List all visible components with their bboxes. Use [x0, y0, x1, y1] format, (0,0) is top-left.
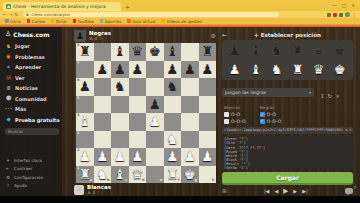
white-king-icon: ♚ — [334, 63, 346, 77]
square-f6[interactable]: ♞ — [164, 78, 182, 96]
square-f5[interactable] — [164, 96, 182, 114]
close-button[interactable]: × — [351, 3, 355, 9]
square-e7[interactable] — [146, 61, 164, 79]
square-d7[interactable]: ♟ — [129, 61, 147, 79]
lock-icon — [26, 13, 29, 16]
back-arrow-icon[interactable]: ← — [222, 31, 234, 38]
square-d1[interactable]: d♛ — [129, 166, 147, 184]
bookmark-favicon — [73, 19, 77, 23]
top-player-avatar: ♟ — [74, 30, 86, 42]
square-a5[interactable]: 5 — [76, 96, 94, 114]
castling-white-header: Blancas — [224, 105, 246, 110]
bookmark-label: Vídeos de ajedrez — [166, 19, 202, 24]
profile-avatar[interactable] — [345, 12, 350, 17]
sidebar-item-ver[interactable]: ▤Ver — [0, 73, 62, 84]
rank-label: 2 — [77, 149, 79, 153]
bookmark-favicon — [127, 19, 131, 23]
square-e8[interactable]: ♚ — [146, 43, 164, 61]
logo-pawn-icon: ♙ — [5, 31, 11, 38]
bookmark-item[interactable]: Drive — [51, 19, 67, 24]
sidebar-footer-label: Configuración — [14, 175, 43, 180]
castling-black-header: Negras — [260, 105, 282, 110]
bookmark-item[interactable]: Correo — [27, 19, 45, 24]
square-b4[interactable] — [94, 113, 112, 131]
bookmark-label: Drive — [56, 19, 67, 24]
browser-menu-icon[interactable]: ⋮ — [352, 12, 357, 18]
board-column: ♟ Negras ♙♗♘ ⚙ 8♜♝♛♚♝♜7♟♟♟♟♟♟6♟♞♞5♟4♝♟3♞… — [74, 27, 218, 196]
white-pawn-icon: ♟ — [229, 63, 241, 77]
square-f7[interactable]: ♟ — [164, 61, 182, 79]
sidebar-item-ms[interactable]: •••Más — [0, 104, 62, 115]
top-captured-pieces: ♙♗♘ — [89, 36, 111, 41]
black-knight-icon: ♞ — [271, 44, 283, 58]
browser-titlebar: ♟ Chess - Herramienta de análisis y mejo… — [0, 0, 360, 11]
browser-window: ♟ Chess - Herramienta de análisis y mejo… — [0, 0, 360, 203]
bookmark-favicon — [5, 19, 9, 23]
bookmark-label: YouTube — [78, 19, 94, 24]
bookmark-favicon — [51, 19, 55, 23]
chat-count: 7 — [354, 186, 356, 190]
black-piece-r: ♜ — [79, 45, 91, 59]
setup-panel-title: + Establecer posición — [234, 32, 341, 38]
square-b1[interactable]: b♞ — [94, 166, 112, 184]
square-g2[interactable]: ♟ — [181, 148, 199, 166]
square-b3[interactable] — [94, 131, 112, 149]
black-bishop-icon: ♝ — [250, 44, 262, 58]
file-label: f — [178, 179, 180, 183]
toolbar-right: ⋮ — [327, 12, 357, 18]
square-a7[interactable]: 7 — [76, 61, 94, 79]
sidebar: ♙ Chess.com ♞Jugar◉Problemas✦Aprender▤Ve… — [0, 27, 62, 196]
maximize-button[interactable]: □ — [342, 3, 346, 9]
file-label: e — [160, 179, 162, 183]
black-piece-b: ♝ — [114, 45, 126, 59]
palette-white-bishop[interactable]: ♝ — [245, 60, 266, 79]
playback-first-button[interactable]: |◀ — [264, 187, 270, 195]
square-f2[interactable]: ♟ — [164, 148, 182, 166]
chevron-down-icon: ▾ — [309, 90, 311, 95]
white-queen-icon: ♛ — [313, 63, 325, 77]
palette-white-king[interactable]: ♚ — [329, 60, 350, 79]
square-c2[interactable]: ♟ — [111, 148, 129, 166]
square-e4[interactable]: ♟ — [146, 113, 164, 131]
black-piece-p: ♟ — [166, 63, 178, 77]
square-g7[interactable]: ♟ — [181, 61, 199, 79]
palette-black-queen[interactable]: ♛ — [308, 41, 329, 60]
chesscom-logo[interactable]: ♙ Chess.com — [0, 30, 62, 41]
palette-black-bishop[interactable]: ♝ — [245, 41, 266, 60]
black-piece-r: ♜ — [201, 45, 213, 59]
palette-black-rook[interactable]: ♜ — [287, 41, 308, 60]
castling-black-o-o-o[interactable]: O-O-O — [260, 119, 282, 124]
bottom-black-strip — [0, 196, 360, 203]
square-b2[interactable]: ♟ — [94, 148, 112, 166]
bookmark-item[interactable]: Apuntes — [100, 19, 121, 24]
diamond-icon: ◆ — [5, 116, 12, 123]
square-f3[interactable]: ♞ — [164, 131, 182, 149]
black-piece-p: ♟ — [114, 63, 126, 77]
sidebar-item-icon: ◉ — [5, 53, 12, 60]
white-bishop-icon: ♝ — [250, 63, 262, 77]
black-piece-b: ♝ — [166, 45, 178, 59]
sidebar-item-label: Jugar — [15, 43, 30, 49]
piece-palette: ♟♝♞♜♛♚ ♟♝♞♜♛♚ — [222, 40, 353, 80]
white-piece-p: ♟ — [149, 115, 161, 129]
castling-white-column: BlancasO-OO-O-O — [224, 105, 246, 124]
chesscom-page: ♙ Chess.com ♞Jugar◉Problemas✦Aprender▤Ve… — [0, 27, 360, 196]
white-piece-p: ♟ — [114, 150, 126, 164]
square-c6[interactable]: ♞ — [111, 78, 129, 96]
bookmark-item[interactable]: Aula Virtual — [127, 19, 155, 24]
square-h5[interactable] — [199, 96, 217, 114]
white-piece-b: ♝ — [79, 115, 91, 129]
turn-select[interactable]: Juegan las negras ▾ — [222, 88, 314, 97]
palette-black-pawn[interactable]: ♟ — [224, 41, 245, 60]
browser-toolbar: ← → ↻ chess.com/analysis ⋮ — [0, 11, 360, 18]
square-f4[interactable] — [164, 113, 182, 131]
square-h6[interactable] — [199, 78, 217, 96]
rank-label: 1 — [77, 167, 79, 171]
sidebar-item-icon: ▤ — [5, 74, 12, 81]
white-piece-p: ♟ — [166, 150, 178, 164]
file-label: h — [212, 179, 215, 183]
castling-label: O-O-O — [231, 119, 246, 124]
sidebar-footer-contraer[interactable]: ⇤Contraer — [0, 165, 62, 174]
black-queen-icon: ♛ — [313, 44, 325, 58]
rank-label: 3 — [77, 132, 79, 136]
black-piece-p: ♟ — [131, 63, 143, 77]
square-d2[interactable]: ♟ — [129, 148, 147, 166]
board-settings-gear-icon[interactable]: ⚙ — [211, 32, 216, 39]
square-g3[interactable] — [181, 131, 199, 149]
playback-last-button[interactable]: ▶| — [302, 187, 308, 195]
square-d5[interactable] — [129, 96, 147, 114]
square-e2[interactable] — [146, 148, 164, 166]
playback-bar: ⊞ |◀◀▶▶▶| 7 — [222, 187, 353, 196]
black-piece-n: ♞ — [166, 80, 178, 94]
turn-select-value: Juegan las negras — [225, 90, 266, 95]
flip-board-icon[interactable]: ↕ — [320, 93, 325, 99]
black-piece-p: ♟ — [79, 80, 91, 94]
square-c7[interactable]: ♟ — [111, 61, 129, 79]
white-piece-r: ♜ — [166, 168, 178, 182]
bookmark-label: Aula Virtual — [132, 19, 155, 24]
sidebar-item-label: Aprender — [15, 64, 41, 70]
castling-black-column: NegrasO-OO-O-O — [260, 105, 282, 124]
sidebar-item-trial[interactable]: ◆ Prueba gratuita — [0, 115, 62, 126]
chat-bubble-icon[interactable]: 7 — [345, 188, 353, 194]
square-e5[interactable]: ♟ — [146, 96, 164, 114]
sidebar-footer-ayuda[interactable]: ?Ayuda — [0, 182, 62, 191]
bookmark-label: Inicio — [10, 19, 21, 24]
square-e1[interactable]: e — [146, 166, 164, 184]
square-h4[interactable] — [199, 113, 217, 131]
sidebar-item-aprender[interactable]: ✦Aprender — [0, 62, 62, 73]
checkbox[interactable] — [260, 119, 265, 124]
reset-position-icon[interactable]: ↻ — [328, 93, 333, 99]
castling-label: O-O-O — [267, 119, 282, 124]
palette-white-queen[interactable]: ♛ — [308, 60, 329, 79]
black-rook-icon: ♜ — [292, 44, 304, 58]
white-piece-p: ♟ — [96, 150, 108, 164]
white-knight-icon: ♞ — [271, 63, 283, 77]
bookmark-item[interactable]: YouTube — [73, 19, 94, 24]
sidebar-footer-label: Interfaz clara — [14, 158, 42, 163]
logo-text: Chess.com — [13, 31, 49, 38]
tab-favicon-icon: ♟ — [6, 4, 11, 9]
bookmark-label: Apuntes — [105, 19, 121, 24]
bookmark-favicon — [161, 19, 165, 23]
square-h3[interactable] — [199, 131, 217, 149]
sidebar-footer-interfazclara[interactable]: ☀Interfaz clara — [0, 156, 62, 165]
playback-play-button[interactable]: ▶ — [283, 187, 288, 195]
square-g6[interactable] — [181, 78, 199, 96]
square-g5[interactable] — [181, 96, 199, 114]
fen-input[interactable] — [222, 127, 353, 134]
castling-white-o-o[interactable]: O-O — [224, 112, 246, 117]
square-a8[interactable]: 8♜ — [76, 43, 94, 61]
square-d4[interactable] — [129, 113, 147, 131]
sidebar-footer-icon: ? — [5, 183, 11, 188]
sidebar-item-icon: ✦ — [5, 64, 12, 71]
castling-black-o-o[interactable]: O-O — [260, 112, 282, 117]
castling-rights: BlancasO-OO-O-ONegrasO-OO-O-O — [222, 105, 353, 124]
square-b8[interactable] — [94, 43, 112, 61]
castling-label: O-O — [231, 112, 240, 117]
square-a4[interactable]: 4♝ — [76, 113, 94, 131]
sidebar-item-icon: ☻ — [5, 95, 12, 102]
rank-label: 5 — [77, 97, 79, 101]
sidebar-item-noticias[interactable]: ≣Noticias — [0, 83, 62, 94]
palette-white-knight[interactable]: ♞ — [266, 60, 287, 79]
bookmark-favicon — [27, 19, 31, 23]
file-label: a — [90, 179, 92, 183]
sidebar-item-label: Problemas — [15, 54, 45, 60]
square-d8[interactable]: ♛ — [129, 43, 147, 61]
rank-label: 7 — [77, 62, 79, 66]
square-c1[interactable]: c♝ — [111, 166, 129, 184]
setup-position-panel: ← + Establecer posición ♟♝♞♜♛♚ ♟♝♞♜♛♚ Ju… — [222, 27, 353, 196]
extension-icon[interactable] — [333, 13, 337, 17]
rank-label: 6 — [77, 79, 79, 83]
reload-button[interactable]: ↻ — [15, 11, 19, 18]
black-pawn-icon: ♟ — [229, 44, 241, 58]
square-c4[interactable] — [111, 113, 129, 131]
palette-white-rook[interactable]: ♜ — [287, 60, 308, 79]
extension-icon[interactable] — [339, 13, 343, 17]
new-tab-button[interactable]: + — [125, 2, 130, 11]
square-c8[interactable]: ♝ — [111, 43, 129, 61]
clear-board-icon[interactable]: × — [335, 93, 340, 99]
playback-next-button[interactable]: ▶ — [293, 187, 297, 195]
sidebar-item-comunidad[interactable]: ☻Comunidad — [0, 94, 62, 105]
black-piece-p: ♟ — [149, 98, 161, 112]
forward-button[interactable]: → — [9, 11, 13, 18]
bottom-captured-pieces: ♙♗♘ — [87, 190, 111, 195]
browser-tab[interactable]: ♟ Chess - Herramienta de análisis y mejo… — [3, 2, 121, 11]
checkbox[interactable] — [224, 119, 229, 124]
chess-board: 8♜♝♛♚♝♜7♟♟♟♟♟♟6♟♞♞5♟4♝♟3♞2♟♟♟♟♟♟♟1a♜b♞c♝… — [76, 43, 216, 183]
square-f8[interactable]: ♝ — [164, 43, 182, 61]
rank-label: 8 — [77, 44, 79, 48]
square-a6[interactable]: 6♟ — [76, 78, 94, 96]
minimize-button[interactable]: — — [332, 3, 337, 9]
white-piece-p: ♟ — [184, 150, 196, 164]
palette-black-knight[interactable]: ♞ — [266, 41, 287, 60]
sidebar-footer-label: Ayuda — [14, 183, 27, 188]
black-piece-p: ♟ — [96, 63, 108, 77]
checkbox[interactable] — [260, 112, 265, 117]
castling-white-o-o-o[interactable]: O-O-O — [224, 119, 246, 124]
file-label: b — [107, 179, 110, 183]
sidebar-item-jugar[interactable]: ♞Jugar — [0, 41, 62, 52]
square-g4[interactable] — [181, 113, 199, 131]
sidebar-item-label: Ver — [15, 75, 24, 81]
top-player-row: ♟ Negras ♙♗♘ ⚙ — [74, 27, 218, 43]
white-piece-p: ♟ — [79, 150, 91, 164]
square-f1[interactable]: f♜ — [164, 166, 182, 184]
castling-label: O-O — [267, 112, 276, 117]
back-button[interactable]: ← — [3, 11, 7, 18]
square-h8[interactable]: ♜ — [199, 43, 217, 61]
white-piece-n: ♞ — [166, 133, 178, 147]
extension-icon[interactable] — [327, 13, 331, 17]
black-piece-k: ♚ — [149, 45, 161, 59]
square-c5[interactable] — [111, 96, 129, 114]
sidebar-item-icon: ≣ — [5, 85, 12, 92]
file-label: d — [142, 179, 145, 183]
square-g8[interactable] — [181, 43, 199, 61]
url-text: chess.com/analysis — [31, 12, 70, 17]
bookmark-item[interactable]: Inicio — [5, 19, 21, 24]
sidebar-footer-configuracin[interactable]: ⚙Configuración — [0, 173, 62, 182]
sidebar-footer-icon: ☀ — [5, 158, 11, 163]
palette-white-pawn[interactable]: ♟ — [224, 60, 245, 79]
square-g1[interactable]: g♚ — [181, 166, 199, 184]
square-d3[interactable] — [129, 131, 147, 149]
palette-black-king[interactable]: ♚ — [329, 41, 350, 60]
bottom-player-avatar: ♙ — [74, 185, 84, 195]
sidebar-footer-label: Contraer — [14, 166, 32, 171]
sidebar-item-label: Prueba gratuita — [15, 117, 60, 123]
address-bar[interactable]: chess.com/analysis — [23, 12, 279, 17]
pgn-textarea[interactable]: [Event "?"][Site "?"][Date "????.??.??"]… — [222, 136, 353, 169]
square-a3[interactable]: 3 — [76, 131, 94, 149]
sidebar-item-label: Comunidad — [15, 96, 47, 102]
black-piece-p: ♟ — [201, 63, 213, 77]
white-rook-icon: ♜ — [292, 63, 304, 77]
square-d6[interactable] — [129, 78, 147, 96]
square-c3[interactable] — [111, 131, 129, 149]
square-a2[interactable]: 2♟ — [76, 148, 94, 166]
square-a1[interactable]: 1a♜ — [76, 166, 94, 184]
square-b7[interactable]: ♟ — [94, 61, 112, 79]
black-piece-n: ♞ — [114, 80, 126, 94]
rank-label: 4 — [77, 114, 79, 118]
square-b5[interactable] — [94, 96, 112, 114]
checkbox[interactable] — [224, 112, 229, 117]
sidebar-item-icon: ♞ — [5, 43, 12, 50]
white-piece-p: ♟ — [201, 150, 213, 164]
search-input[interactable] — [5, 128, 59, 135]
load-button[interactable]: Cargar — [222, 172, 353, 185]
bookmark-favicon — [100, 19, 104, 23]
square-h7[interactable]: ♟ — [199, 61, 217, 79]
square-h2[interactable]: ♟ — [199, 148, 217, 166]
sidebar-footer-icon: ⚙ — [5, 175, 11, 180]
bottom-player-row: ♙ Blancas ♙♗♘ — [74, 183, 218, 196]
black-piece-q: ♛ — [131, 45, 143, 59]
sidebar-item-label: Más — [15, 106, 26, 112]
bookmark-label: Correo — [32, 19, 45, 24]
tab-title: Chess - Herramienta de análisis y mejora — [13, 4, 106, 9]
sidebar-footer-icon: ⇤ — [5, 166, 11, 171]
black-king-icon: ♚ — [334, 44, 346, 58]
square-e6[interactable] — [146, 78, 164, 96]
sidebar-item-problemas[interactable]: ◉Problemas — [0, 52, 62, 63]
white-piece-p: ♟ — [131, 150, 143, 164]
square-h1[interactable]: h — [199, 166, 217, 184]
playback-prev-button[interactable]: ◀ — [274, 187, 278, 195]
file-label: c — [125, 179, 127, 183]
file-label: g — [194, 179, 197, 183]
square-e3[interactable] — [146, 131, 164, 149]
sidebar-item-icon: ••• — [5, 106, 12, 113]
square-b6[interactable] — [94, 78, 112, 96]
black-piece-p: ♟ — [184, 63, 196, 77]
window-controls: — □ × — [332, 3, 360, 11]
sidebar-item-label: Noticias — [15, 85, 38, 91]
bookmark-item[interactable]: Vídeos de ajedrez — [161, 19, 202, 24]
